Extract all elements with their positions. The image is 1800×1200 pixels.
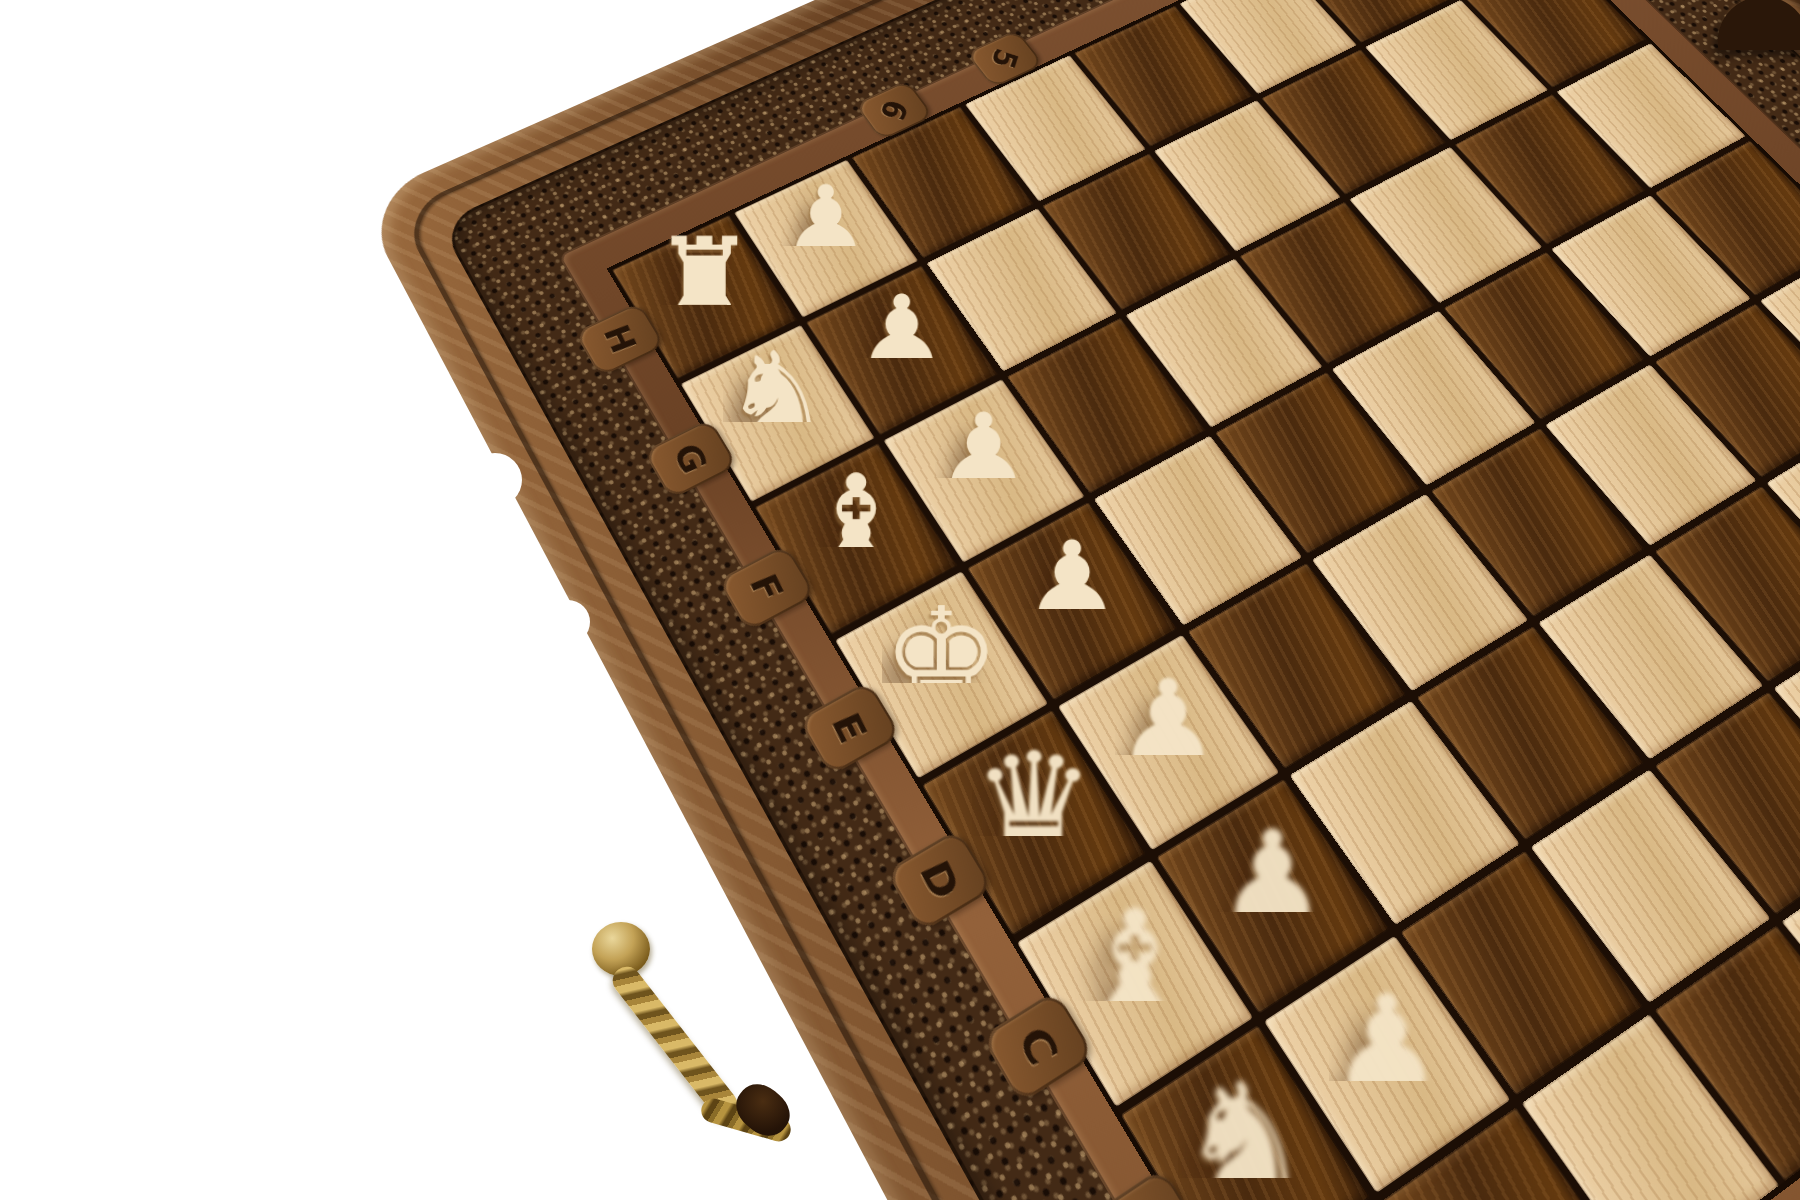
white-bishop-c8[interactable]: ♝ [1070,891,1199,1034]
rank-label-text: 5 [983,45,1025,73]
white-pawn-b7[interactable]: ♟ [1328,978,1443,1107]
rank-label-text: 6 [872,96,915,125]
white-pawn-c7[interactable]: ♟ [1217,814,1327,937]
white-pawn-f7[interactable]: ♟ [934,399,1031,508]
black-pawn-h2[interactable]: ♟ [1695,0,1800,74]
white-pawn-d7[interactable]: ♟ [1115,664,1221,782]
brass-handle-rod [607,961,743,1124]
edge-scallop-notch [468,453,522,507]
edge-scallop-notch [546,600,590,644]
photo-canvas: ♜♟♞♟♝♟♚♟♛♟♝♟♞♟ HGFEDCB65 ♟ [0,0,1800,1200]
white-king-e8[interactable]: ♚ [882,590,1000,721]
black-pawn-glyph: ♟ [1695,0,1800,74]
square-e4[interactable] [1332,311,1536,486]
white-bishop-f8[interactable]: ♝ [799,458,912,584]
white-pawn-g7[interactable]: ♟ [854,281,948,386]
